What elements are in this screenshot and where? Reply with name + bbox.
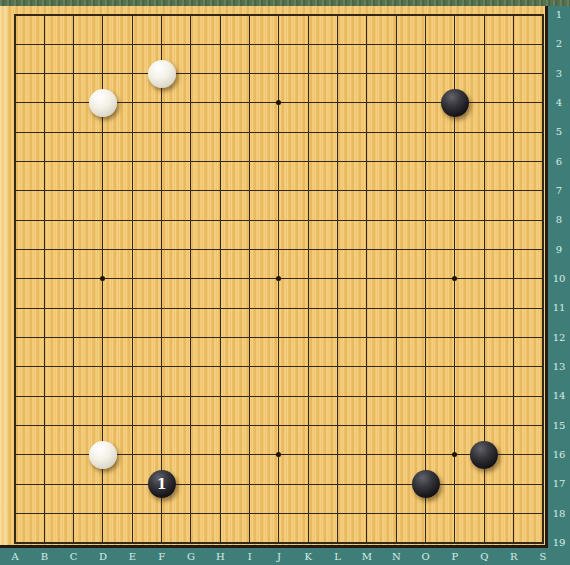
- column-label-a: A: [5, 549, 25, 565]
- column-label-o: O: [416, 549, 436, 565]
- column-label-g: G: [181, 549, 201, 565]
- column-label-q: Q: [474, 549, 494, 565]
- row-label-5: 5: [548, 124, 570, 140]
- column-label-p: P: [445, 549, 465, 565]
- go-board-surface[interactable]: [0, 6, 548, 548]
- column-label-d: D: [93, 549, 113, 565]
- row-label-12: 12: [548, 330, 570, 346]
- row-label-13: 13: [548, 359, 570, 375]
- column-label-k: K: [298, 549, 318, 565]
- row-label-4: 4: [548, 95, 570, 111]
- row-label-1: 1: [548, 7, 570, 23]
- row-label-14: 14: [548, 388, 570, 404]
- row-label-2: 2: [548, 36, 570, 52]
- row-label-8: 8: [548, 212, 570, 228]
- row-label-6: 6: [548, 154, 570, 170]
- column-label-f: F: [152, 549, 172, 565]
- column-label-r: R: [504, 549, 524, 565]
- column-label-b: B: [34, 549, 54, 565]
- row-label-18: 18: [548, 506, 570, 522]
- row-label-11: 11: [548, 300, 570, 316]
- row-label-16: 16: [548, 447, 570, 463]
- column-label-n: N: [386, 549, 406, 565]
- row-label-9: 9: [548, 242, 570, 258]
- row-label-17: 17: [548, 476, 570, 492]
- top-border-strip: [0, 0, 570, 6]
- column-label-j: J: [269, 549, 289, 565]
- row-label-3: 3: [548, 66, 570, 82]
- column-label-i: I: [240, 549, 260, 565]
- column-label-c: C: [64, 549, 84, 565]
- column-label-m: M: [357, 549, 377, 565]
- row-label-7: 7: [548, 183, 570, 199]
- column-label-h: H: [210, 549, 230, 565]
- row-label-15: 15: [548, 418, 570, 434]
- column-label-e: E: [122, 549, 142, 565]
- column-label-s: S: [533, 549, 553, 565]
- go-app-frame: 1ABCDEFGHIJKLMNOPQRS12345678910111213141…: [0, 0, 570, 565]
- column-label-l: L: [328, 549, 348, 565]
- row-label-10: 10: [548, 271, 570, 287]
- row-label-19: 19: [548, 535, 570, 551]
